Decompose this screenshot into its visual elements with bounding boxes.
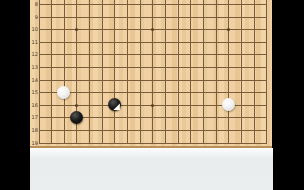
- row-label: 8: [31, 1, 38, 6]
- row-label: 9: [31, 14, 38, 19]
- grid-line-vertical: [51, 0, 52, 144]
- grid-line-vertical: [165, 0, 166, 144]
- row-label: 14: [31, 77, 38, 82]
- row-label: 13: [31, 64, 38, 69]
- grid-line-horizontal: [39, 54, 268, 55]
- grid-line-vertical: [64, 0, 65, 144]
- row-label: 11: [31, 39, 38, 44]
- row-label: 19: [31, 140, 38, 145]
- grid-line-vertical: [216, 0, 217, 144]
- grid-line-vertical: [102, 0, 103, 144]
- grid-line-horizontal: [39, 143, 268, 144]
- row-label: 16: [31, 102, 38, 107]
- letterbox-left: [0, 0, 30, 190]
- go-board[interactable]: 8910111213141516171819: [30, 0, 272, 148]
- grid-line-vertical: [127, 0, 128, 144]
- app-viewport: 8910111213141516171819: [0, 0, 304, 190]
- grid-line-horizontal: [39, 17, 268, 18]
- grid-line-vertical: [190, 0, 191, 144]
- grid-line-vertical: [228, 0, 229, 144]
- star-point: [75, 104, 78, 107]
- grid-line-vertical: [178, 0, 179, 144]
- row-label: 12: [31, 52, 38, 57]
- grid-line-horizontal: [39, 4, 268, 5]
- last-move-triangle-marker: [113, 103, 120, 110]
- grid-line-horizontal: [39, 42, 268, 43]
- grid-line-vertical: [114, 0, 115, 144]
- grid-line-horizontal: [39, 80, 268, 81]
- grid-line-vertical: [39, 0, 40, 144]
- white-stone: [222, 98, 235, 111]
- grid-line-vertical: [89, 0, 90, 144]
- grid-line-vertical: [140, 0, 141, 144]
- grid-line-horizontal: [39, 92, 268, 93]
- row-label: 17: [31, 115, 38, 120]
- star-point: [151, 28, 154, 31]
- grid-line-horizontal: [39, 130, 268, 131]
- star-point: [227, 28, 230, 31]
- grid-line-vertical: [254, 0, 255, 144]
- white-stone: [57, 86, 70, 99]
- grid-line-vertical: [203, 0, 204, 144]
- row-label: 15: [31, 90, 38, 95]
- grid-line-vertical: [266, 0, 267, 144]
- grid-line-vertical: [241, 0, 242, 144]
- letterbox-right: [273, 0, 304, 190]
- grid-line-horizontal: [39, 67, 268, 68]
- row-label: 18: [31, 128, 38, 133]
- bottom-panel: [28, 148, 273, 190]
- row-label: 10: [31, 27, 38, 32]
- star-point: [151, 104, 154, 107]
- black-stone: [70, 111, 83, 124]
- black-stone: [108, 98, 121, 111]
- grid-line-vertical: [152, 0, 153, 144]
